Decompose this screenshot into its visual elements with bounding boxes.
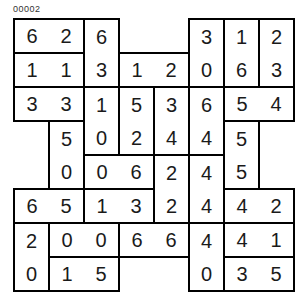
domino-6-6: 66 [118,222,190,258]
domino-cell-value: 6 [190,88,223,121]
domino-cell-value: 3 [155,88,188,121]
domino-cell-value: 6 [85,20,118,53]
domino-cell-value: 2 [155,156,188,189]
domino-cell-value: 4 [225,190,259,222]
domino-cell-value: 6 [120,224,154,256]
domino-puzzle-board: 6263301623111233105234645450550622446513… [14,19,294,291]
domino-cell-value: 4 [190,224,223,257]
domino-6-5: 65 [13,188,85,224]
domino-cell-value: 4 [155,121,188,154]
domino-cell-value: 0 [50,224,84,256]
domino-cell-value: 5 [225,88,259,120]
domino-5-2: 52 [118,86,155,156]
domino-cell-value: 1 [15,54,49,86]
domino-cell-value: 5 [120,88,153,121]
domino-cell-value: 1 [225,20,258,53]
domino-cell-value: 5 [225,155,258,188]
domino-4-1: 41 [223,222,295,258]
domino-cell-value: 2 [259,190,293,222]
domino-2-2: 22 [153,154,190,224]
domino-cell-value: 4 [190,121,223,154]
domino-1-0: 10 [83,86,120,156]
domino-5-4: 54 [223,86,295,122]
domino-cell-value: 3 [85,53,118,86]
domino-cell-value: 4 [190,156,223,189]
domino-cell-value: 2 [155,189,188,222]
domino-4-2: 42 [223,188,295,224]
domino-cell-value: 6 [154,224,188,256]
domino-cell-value: 1 [49,54,83,86]
domino-cell-value: 4 [225,224,259,256]
domino-cell-value: 0 [190,257,223,290]
domino-cell-value: 6 [225,53,258,86]
domino-cell-value: 2 [154,54,188,86]
domino-cell-value: 3 [190,20,223,53]
domino-cell-value: 2 [120,121,153,154]
domino-cell-value: 5 [50,122,83,155]
domino-0-6: 06 [83,154,155,190]
domino-1-2: 12 [118,52,190,88]
domino-cell-value: 2 [260,20,293,53]
domino-2-3: 23 [258,18,295,88]
domino-cell-value: 5 [225,122,258,155]
domino-cell-value: 5 [84,258,118,290]
domino-cell-value: 3 [15,88,49,120]
domino-cell-value: 0 [15,257,48,290]
domino-1-5: 15 [48,256,120,292]
domino-cell-value: 5 [259,258,293,290]
domino-cell-value: 3 [260,53,293,86]
domino-3-0: 30 [188,18,225,88]
puzzle-id-label: 00002 [13,4,41,15]
domino-cell-value: 0 [50,155,83,188]
domino-cell-value: 5 [49,190,83,222]
domino-5-0: 50 [48,120,85,190]
domino-1-1: 11 [13,52,85,88]
domino-cell-value: 1 [85,88,118,121]
domino-cell-value: 4 [259,88,293,120]
domino-cell-value: 0 [190,53,223,86]
domino-6-3: 63 [83,18,120,88]
domino-1-3: 13 [83,188,155,224]
domino-cell-value: 0 [84,224,118,256]
domino-1-6: 16 [223,18,260,88]
domino-0-0: 00 [48,222,120,258]
domino-cell-value: 1 [50,258,84,290]
domino-4-0: 40 [188,222,225,292]
domino-cell-value: 2 [49,20,83,52]
domino-3-5: 35 [223,256,295,292]
domino-cell-value: 6 [119,156,153,188]
domino-4-4: 44 [188,154,225,224]
domino-cell-value: 6 [15,190,49,222]
domino-cell-value: 6 [15,20,49,52]
domino-2-0: 20 [13,222,50,292]
domino-cell-value: 1 [120,54,154,86]
domino-cell-value: 1 [85,190,119,222]
domino-cell-value: 3 [225,258,259,290]
domino-cell-value: 0 [85,121,118,154]
domino-3-4: 34 [153,86,190,156]
domino-cell-value: 3 [49,88,83,120]
domino-cell-value: 2 [15,224,48,257]
domino-cell-value: 4 [190,189,223,222]
domino-cell-value: 1 [259,224,293,256]
domino-cell-value: 0 [85,156,119,188]
domino-cell-value: 3 [119,190,153,222]
domino-3-3: 33 [13,86,85,122]
domino-6-4: 64 [188,86,225,156]
domino-5-5: 55 [223,120,260,190]
domino-6-2: 62 [13,18,85,54]
